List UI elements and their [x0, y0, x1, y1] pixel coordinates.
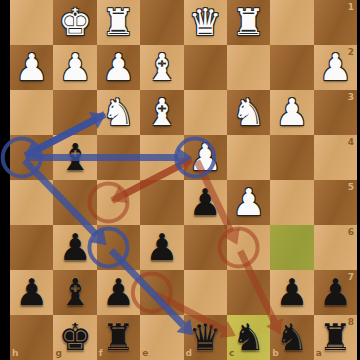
square-d3[interactable] [184, 90, 227, 135]
square-g1[interactable]: ♚ [53, 0, 96, 45]
square-d8[interactable]: d♛ [184, 315, 227, 360]
piece-wR-c1[interactable]: ♜ [227, 0, 270, 45]
square-b8[interactable]: b♞ [270, 315, 313, 360]
square-b7[interactable]: ♟ [270, 270, 313, 315]
square-f8[interactable]: f♜ [97, 315, 140, 360]
square-f4[interactable] [97, 135, 140, 180]
piece-bP-a7[interactable]: ♟ [314, 270, 357, 315]
piece-wB-e2[interactable]: ♝ [140, 45, 183, 90]
square-h3[interactable] [10, 90, 53, 135]
piece-bP-g6[interactable]: ♟ [53, 225, 96, 270]
square-a6[interactable]: 6 [314, 225, 357, 270]
piece-bN-b8[interactable]: ♞ [270, 315, 313, 360]
square-g6[interactable]: ♟ [53, 225, 96, 270]
square-b1[interactable] [270, 0, 313, 45]
square-e6[interactable]: ♟ [140, 225, 183, 270]
square-h2[interactable]: ♟ [10, 45, 53, 90]
piece-wP-g2[interactable]: ♟ [53, 45, 96, 90]
piece-wR-f1[interactable]: ♜ [97, 0, 140, 45]
square-h7[interactable]: ♟ [10, 270, 53, 315]
piece-wP-c5[interactable]: ♟ [227, 180, 270, 225]
square-e5[interactable] [140, 180, 183, 225]
square-h1[interactable] [10, 0, 53, 45]
square-c3[interactable]: ♞ [227, 90, 270, 135]
square-c1[interactable]: ♜ [227, 0, 270, 45]
square-d5[interactable]: ♟ [184, 180, 227, 225]
square-a5[interactable]: 5 [314, 180, 357, 225]
square-d4[interactable]: ♟ [184, 135, 227, 180]
square-g5[interactable] [53, 180, 96, 225]
square-d2[interactable] [184, 45, 227, 90]
piece-wP-b3[interactable]: ♟ [270, 90, 313, 135]
piece-wK-g1[interactable]: ♚ [53, 0, 96, 45]
square-c2[interactable] [227, 45, 270, 90]
square-e1[interactable] [140, 0, 183, 45]
piece-bP-b7[interactable]: ♟ [270, 270, 313, 315]
piece-bR-f8[interactable]: ♜ [97, 315, 140, 360]
piece-bP-e6[interactable]: ♟ [140, 225, 183, 270]
square-c4[interactable] [227, 135, 270, 180]
piece-bP-d5[interactable]: ♟ [184, 180, 227, 225]
rank-label-5: 5 [348, 182, 354, 192]
square-c8[interactable]: c♞ [227, 315, 270, 360]
piece-wQ-d1[interactable]: ♛ [184, 0, 227, 45]
square-h5[interactable] [10, 180, 53, 225]
square-f5[interactable] [97, 180, 140, 225]
file-label-h: h [12, 348, 18, 358]
rank-label-3: 3 [348, 92, 354, 102]
square-f1[interactable]: ♜ [97, 0, 140, 45]
square-a3[interactable]: 3 [314, 90, 357, 135]
square-d1[interactable]: ♛ [184, 0, 227, 45]
piece-wN-f3[interactable]: ♞ [97, 90, 140, 135]
square-g8[interactable]: g♚ [53, 315, 96, 360]
square-a8[interactable]: a8♜ [314, 315, 357, 360]
square-c7[interactable] [227, 270, 270, 315]
square-f3[interactable]: ♞ [97, 90, 140, 135]
piece-bB-g4[interactable]: ♝ [53, 135, 96, 180]
piece-bN-c8[interactable]: ♞ [227, 315, 270, 360]
piece-bB-g7[interactable]: ♝ [53, 270, 96, 315]
square-d7[interactable] [184, 270, 227, 315]
square-e7[interactable] [140, 270, 183, 315]
rank-label-1: 1 [348, 2, 354, 12]
square-g3[interactable] [53, 90, 96, 135]
square-b6[interactable] [270, 225, 313, 270]
piece-bP-f7[interactable]: ♟ [97, 270, 140, 315]
square-b5[interactable] [270, 180, 313, 225]
piece-bP-h7[interactable]: ♟ [10, 270, 53, 315]
square-f6[interactable] [97, 225, 140, 270]
square-a7[interactable]: 7♟ [314, 270, 357, 315]
piece-wN-c3[interactable]: ♞ [227, 90, 270, 135]
square-a1[interactable]: 1 [314, 0, 357, 45]
file-label-e: e [142, 348, 148, 358]
square-h8[interactable]: h [10, 315, 53, 360]
piece-bQ-d8[interactable]: ♛ [184, 315, 227, 360]
square-c5[interactable]: ♟ [227, 180, 270, 225]
rank-label-4: 4 [348, 137, 354, 147]
square-e2[interactable]: ♝ [140, 45, 183, 90]
piece-bR-a8[interactable]: ♜ [314, 315, 357, 360]
chess-board: ♚♜♛♜1♟♟♟♝2♟♞♝♞♟3♝♟4♟♟5♟♟6♟♝♟♟7♟hg♚f♜ed♛c… [10, 0, 357, 360]
square-g7[interactable]: ♝ [53, 270, 96, 315]
square-a2[interactable]: 2♟ [314, 45, 357, 90]
square-h6[interactable] [10, 225, 53, 270]
video-frame: ♚♜♛♜1♟♟♟♝2♟♞♝♞♟3♝♟4♟♟5♟♟6♟♝♟♟7♟hg♚f♜ed♛c… [0, 0, 360, 360]
piece-wP-h2[interactable]: ♟ [10, 45, 53, 90]
square-b3[interactable]: ♟ [270, 90, 313, 135]
square-b4[interactable] [270, 135, 313, 180]
square-e4[interactable] [140, 135, 183, 180]
piece-wP-a2[interactable]: ♟ [314, 45, 357, 90]
square-g2[interactable]: ♟ [53, 45, 96, 90]
square-b2[interactable] [270, 45, 313, 90]
square-c6[interactable] [227, 225, 270, 270]
square-f7[interactable]: ♟ [97, 270, 140, 315]
piece-bK-g8[interactable]: ♚ [53, 315, 96, 360]
square-a4[interactable]: 4 [314, 135, 357, 180]
square-d6[interactable] [184, 225, 227, 270]
piece-wP-f2[interactable]: ♟ [97, 45, 140, 90]
square-h4[interactable] [10, 135, 53, 180]
square-e8[interactable]: e [140, 315, 183, 360]
piece-wP-d4[interactable]: ♟ [184, 135, 227, 180]
square-g4[interactable]: ♝ [53, 135, 96, 180]
rank-label-6: 6 [348, 227, 354, 237]
square-e3[interactable]: ♝ [140, 90, 183, 135]
square-f2[interactable]: ♟ [97, 45, 140, 90]
piece-wB-e3[interactable]: ♝ [140, 90, 183, 135]
